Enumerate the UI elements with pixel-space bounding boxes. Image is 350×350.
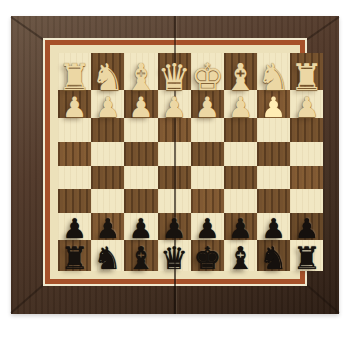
- square-r2c8: ♟: [290, 90, 323, 118]
- frame-mitre-joint: [304, 282, 340, 314]
- piece-bP: ♟: [262, 215, 286, 242]
- square-r5c7: [257, 166, 290, 190]
- square-r2c6: ♟: [224, 90, 257, 118]
- square-r8c5: ♚: [191, 240, 224, 271]
- square-r7c8: ♟: [290, 213, 323, 240]
- piece-bP: ♟: [129, 215, 153, 242]
- piece-bR: ♜: [61, 243, 89, 274]
- square-r1c1: ♜: [58, 53, 91, 90]
- piece-bP: ♟: [96, 215, 120, 242]
- square-r4c8: [290, 142, 323, 166]
- square-r8c6: ♝: [224, 240, 257, 271]
- frame-mitre-joint: [10, 282, 46, 314]
- square-r6c7: [257, 189, 290, 213]
- frame-mitre-joint: [301, 16, 340, 44]
- square-r6c2: [91, 189, 124, 213]
- square-r5c5: [191, 166, 224, 190]
- square-r2c5: ♟: [191, 90, 224, 118]
- piece-bP: ♟: [295, 215, 319, 242]
- piece-bP: ♟: [195, 215, 219, 242]
- square-r6c8: [290, 189, 323, 213]
- square-r6c3: [124, 189, 157, 213]
- square-r3c6: [224, 118, 257, 142]
- piece-bP: ♟: [228, 215, 252, 242]
- square-r2c7: ♟: [257, 90, 290, 118]
- square-r3c3: [124, 118, 157, 142]
- square-r7c7: ♟: [257, 213, 290, 240]
- square-r4c7: [257, 142, 290, 166]
- piece-bP: ♟: [62, 215, 86, 242]
- square-r6c5: [191, 189, 224, 213]
- square-r4c3: [124, 142, 157, 166]
- square-r3c1: [58, 118, 91, 142]
- square-r7c1: ♟: [58, 213, 91, 240]
- square-r1c7: ♞: [257, 53, 290, 90]
- piece-bN: ♞: [260, 243, 288, 274]
- square-r7c5: ♟: [191, 213, 224, 240]
- square-r1c5: ♚: [191, 53, 224, 90]
- square-r2c1: ♟: [58, 90, 91, 118]
- square-r6c6: [224, 189, 257, 213]
- square-r5c2: [91, 166, 124, 190]
- square-r7c3: ♟: [124, 213, 157, 240]
- product-photo-stage: ♜♞♝♛♚♝♞♜♟♟♟♟♟♟♟♟♟♟♟♟♟♟♟♟♜♞♝♛♚♝♞♜: [0, 0, 350, 350]
- square-r7c2: ♟: [91, 213, 124, 240]
- square-r1c8: ♜: [290, 53, 323, 90]
- square-r3c5: [191, 118, 224, 142]
- square-r4c6: [224, 142, 257, 166]
- piece-bK: ♚: [193, 243, 221, 274]
- fold-seam-line: [174, 16, 176, 314]
- piece-bR: ♜: [293, 243, 321, 274]
- square-r2c3: ♟: [124, 90, 157, 118]
- chess-board: ♜♞♝♛♚♝♞♜♟♟♟♟♟♟♟♟♟♟♟♟♟♟♟♟♜♞♝♛♚♝♞♜: [11, 16, 339, 314]
- piece-bB: ♝: [227, 243, 255, 274]
- square-r4c5: [191, 142, 224, 166]
- square-r2c2: ♟: [91, 90, 124, 118]
- square-r6c1: [58, 189, 91, 213]
- square-r3c2: [91, 118, 124, 142]
- square-r1c3: ♝: [124, 53, 157, 90]
- square-r3c7: [257, 118, 290, 142]
- square-r1c2: ♞: [91, 53, 124, 90]
- square-r4c2: [91, 142, 124, 166]
- square-r8c2: ♞: [91, 240, 124, 271]
- square-r5c6: [224, 166, 257, 190]
- piece-bB: ♝: [127, 243, 155, 274]
- square-r3c8: [290, 118, 323, 142]
- square-r5c8: [290, 166, 323, 190]
- square-r4c1: [58, 142, 91, 166]
- square-r8c3: ♝: [124, 240, 157, 271]
- square-r1c6: ♝: [224, 53, 257, 90]
- square-r7c6: ♟: [224, 213, 257, 240]
- piece-bN: ♞: [94, 243, 122, 274]
- square-r8c7: ♞: [257, 240, 290, 271]
- frame-mitre-joint: [10, 16, 49, 44]
- square-r8c8: ♜: [290, 240, 323, 271]
- square-r5c3: [124, 166, 157, 190]
- square-r8c1: ♜: [58, 240, 91, 271]
- square-r5c1: [58, 166, 91, 190]
